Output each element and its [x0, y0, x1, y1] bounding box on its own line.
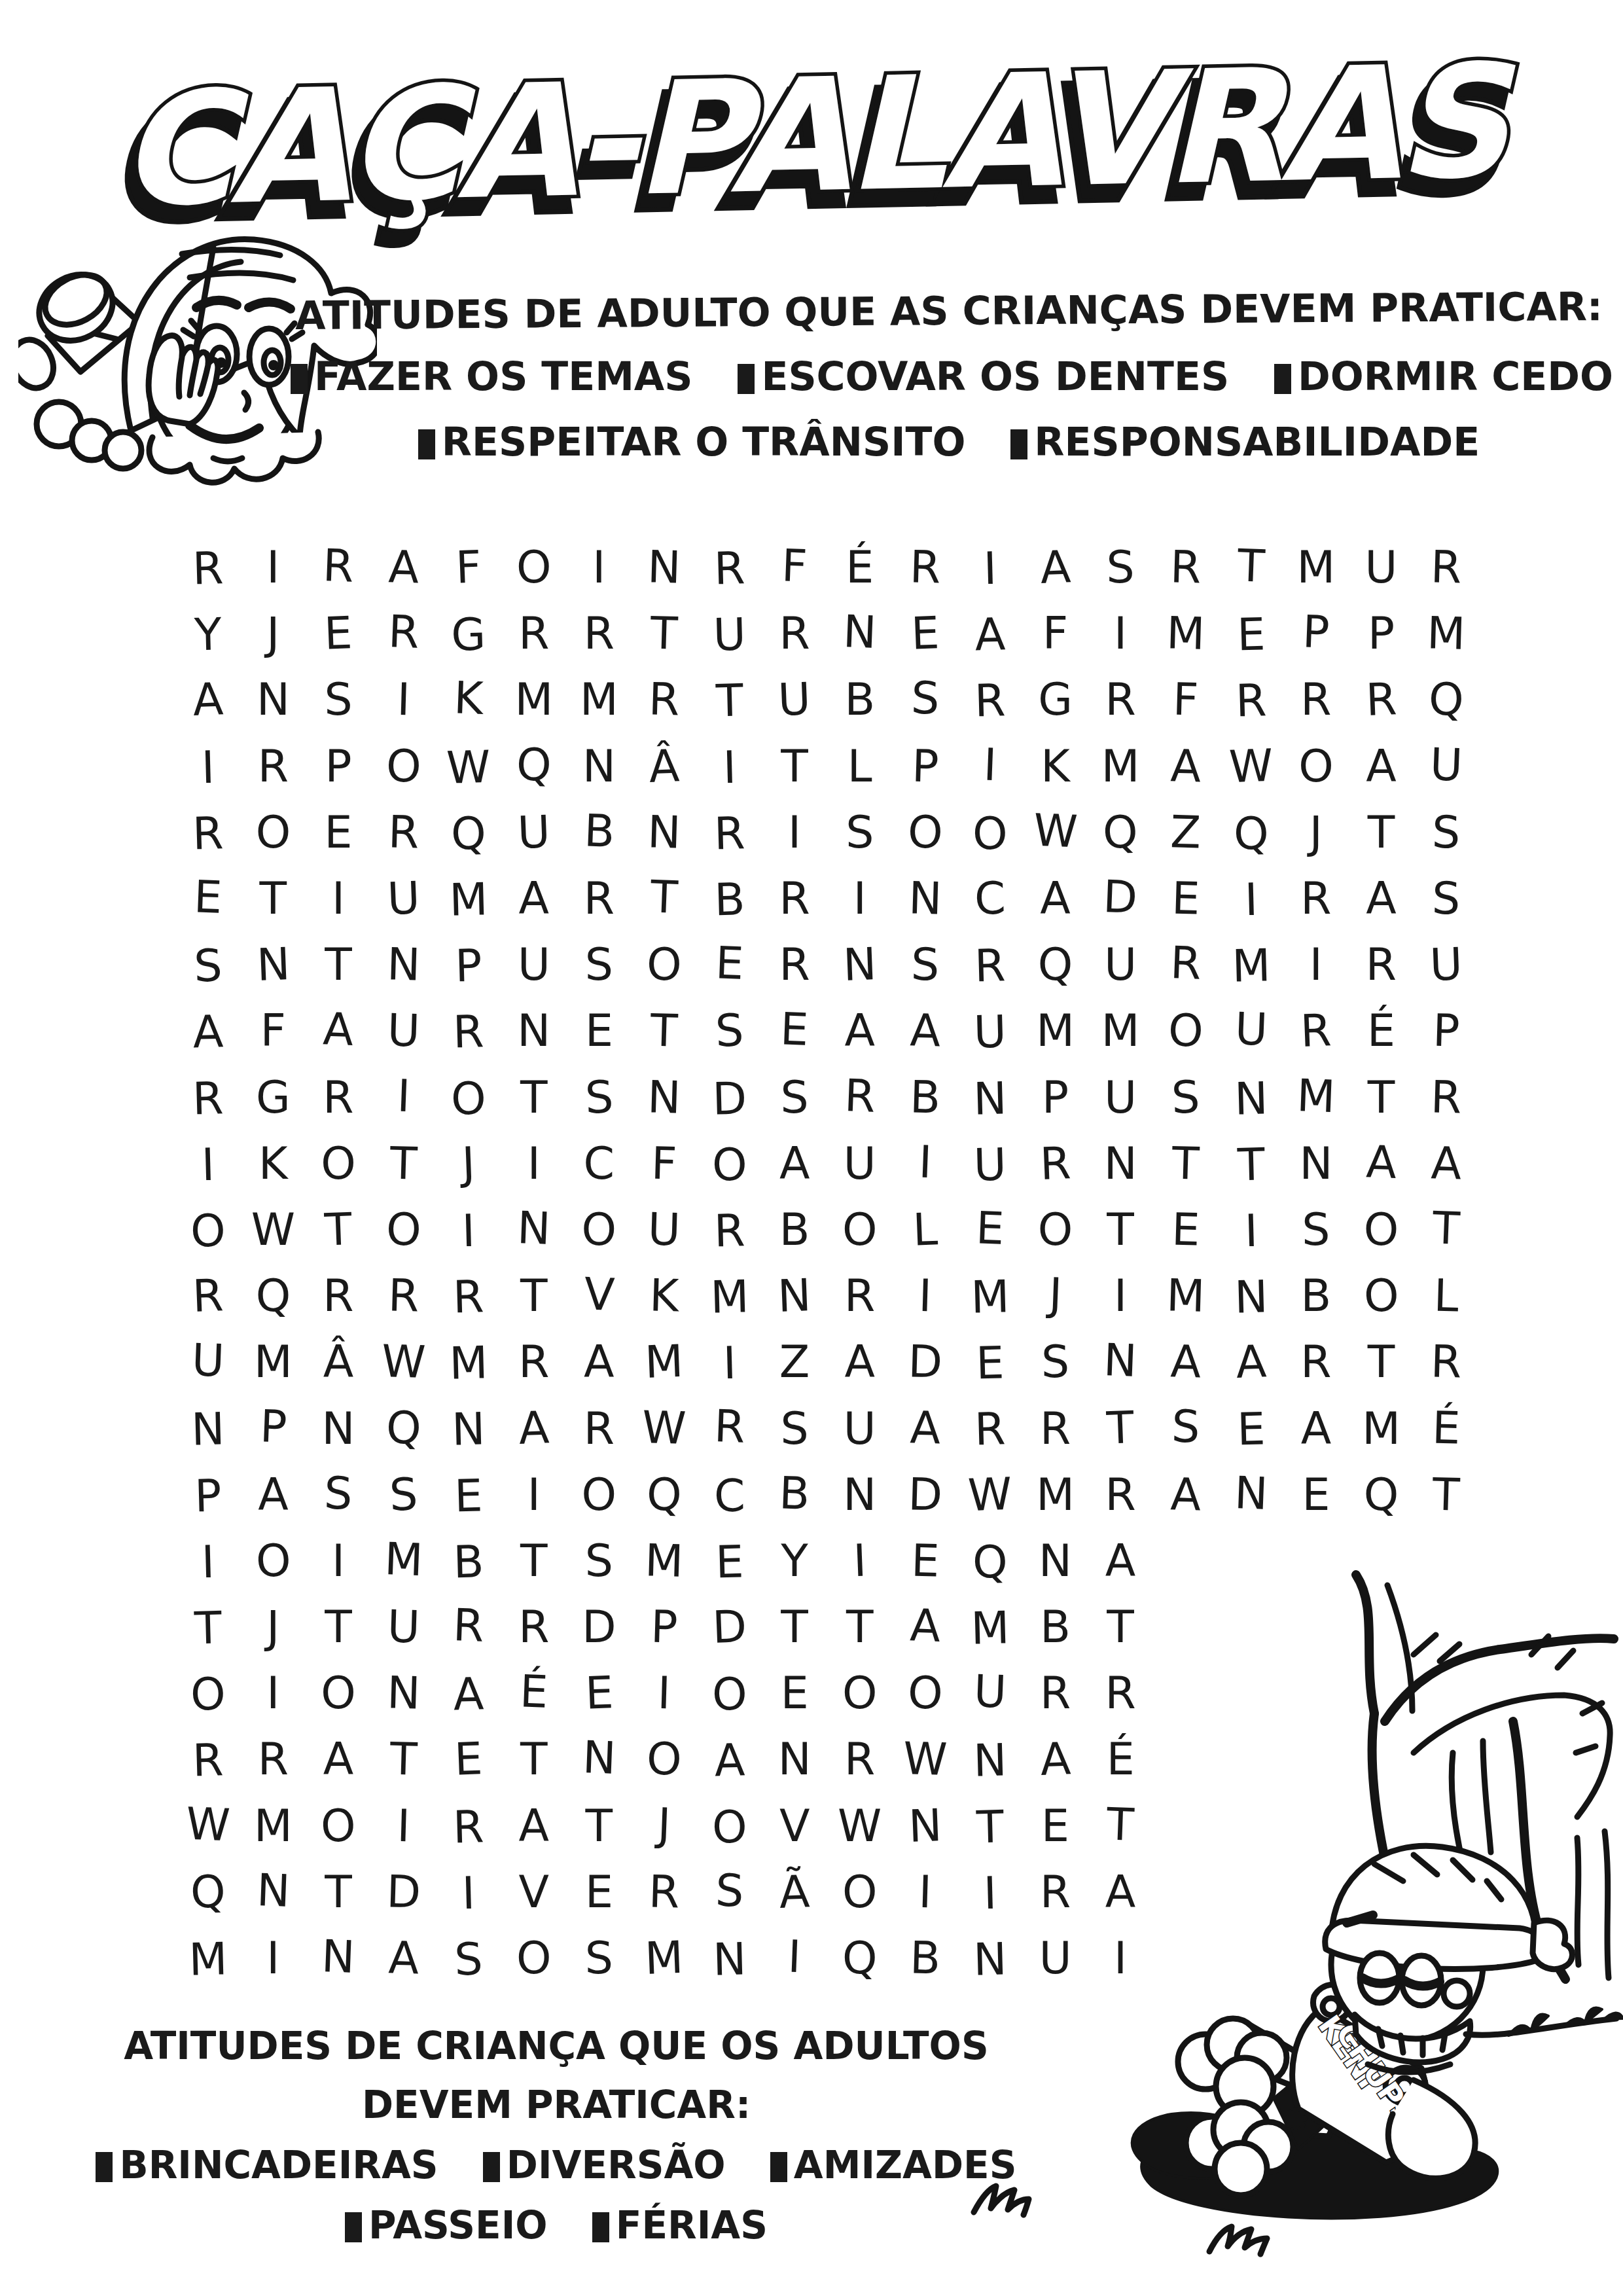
cell-r2-c13[interactable]: A: [957, 601, 1024, 669]
cell-r15-c13[interactable]: W: [956, 1460, 1024, 1529]
cell-r12-c7[interactable]: V: [565, 1260, 633, 1329]
cell-r12-c17[interactable]: N: [1217, 1263, 1284, 1331]
cell-r8-c5[interactable]: R: [435, 998, 502, 1066]
cell-r12-c12[interactable]: I: [891, 1262, 958, 1330]
cell-r10-c11[interactable]: U: [827, 1130, 893, 1196]
cell-r6-c7[interactable]: R: [567, 865, 632, 931]
cell-r7-c13[interactable]: R: [957, 932, 1024, 1000]
cell-r12-c16[interactable]: M: [1152, 1262, 1219, 1330]
cell-r21-c10[interactable]: Ã: [760, 1857, 828, 1926]
cell-r4-c13[interactable]: I: [956, 730, 1024, 799]
cell-r7-c1[interactable]: S: [175, 932, 241, 1000]
cell-r12-c14[interactable]: J: [1022, 1260, 1089, 1329]
cell-r8-c9[interactable]: S: [696, 996, 763, 1065]
cell-r4-c5[interactable]: W: [435, 733, 502, 801]
cell-r9-c2[interactable]: G: [241, 1064, 306, 1130]
cell-r7-c14[interactable]: Q: [1023, 931, 1088, 997]
cell-r9-c5[interactable]: O: [435, 1064, 502, 1132]
cell-r13-c10[interactable]: Z: [762, 1329, 827, 1395]
cell-r4-c15[interactable]: M: [1088, 733, 1153, 799]
cell-r5-c17[interactable]: Q: [1217, 799, 1284, 867]
cell-r20-c10[interactable]: V: [762, 1793, 827, 1859]
cell-r6-c1[interactable]: E: [174, 863, 241, 931]
cell-r10-c19[interactable]: A: [1347, 1128, 1415, 1196]
cell-r16-c4[interactable]: M: [370, 1525, 437, 1594]
cell-r9-c12[interactable]: B: [891, 1063, 958, 1131]
cell-r22-c2[interactable]: I: [241, 1925, 306, 1991]
cell-r5-c15[interactable]: Q: [1086, 798, 1154, 867]
cell-r8-c3[interactable]: A: [304, 996, 372, 1064]
cell-r11-c7[interactable]: O: [567, 1196, 632, 1263]
cell-r4-c4[interactable]: O: [370, 732, 437, 800]
cell-r5-c3[interactable]: E: [306, 799, 371, 865]
cell-r20-c12[interactable]: N: [891, 1791, 959, 1860]
cell-r10-c16[interactable]: T: [1152, 1129, 1219, 1197]
cell-r13-c18[interactable]: R: [1283, 1329, 1349, 1395]
cell-r14-c18[interactable]: A: [1283, 1395, 1349, 1461]
cell-r4-c16[interactable]: A: [1152, 732, 1219, 800]
cell-r17-c11[interactable]: T: [827, 1594, 893, 1660]
cell-r13-c17[interactable]: A: [1217, 1327, 1285, 1396]
cell-r5-c4[interactable]: R: [370, 798, 437, 866]
cell-r1-c15[interactable]: S: [1088, 534, 1153, 600]
cell-r11-c2[interactable]: W: [241, 1196, 306, 1263]
cell-r9-c18[interactable]: M: [1282, 1062, 1349, 1130]
cell-r5-c5[interactable]: Q: [435, 799, 502, 867]
cell-r13-c9[interactable]: I: [696, 1329, 762, 1397]
cell-r3-c12[interactable]: S: [891, 664, 959, 733]
cell-r7-c2[interactable]: N: [240, 930, 307, 999]
cell-r2-c10[interactable]: R: [762, 600, 827, 666]
cell-r21-c7[interactable]: E: [567, 1859, 632, 1925]
cell-r20-c3[interactable]: O: [304, 1791, 372, 1860]
cell-r3-c11[interactable]: B: [827, 666, 893, 732]
cell-r8-c18[interactable]: R: [1282, 996, 1349, 1065]
cell-r11-c4[interactable]: O: [370, 1196, 437, 1264]
cell-r10-c17[interactable]: T: [1217, 1130, 1284, 1198]
cell-r17-c9[interactable]: D: [696, 1592, 763, 1661]
cell-r9-c10[interactable]: S: [762, 1064, 827, 1130]
cell-r17-c3[interactable]: T: [306, 1594, 371, 1660]
cell-r7-c10[interactable]: R: [762, 931, 827, 997]
cell-r22-c6[interactable]: O: [501, 1925, 567, 1991]
cell-r14-c6[interactable]: A: [500, 1394, 567, 1463]
cell-r7-c9[interactable]: E: [696, 929, 763, 997]
cell-r5-c2[interactable]: O: [241, 799, 306, 865]
cell-r19-c10[interactable]: N: [762, 1726, 827, 1792]
cell-r8-c10[interactable]: E: [761, 996, 829, 1064]
cell-r5-c10[interactable]: I: [762, 799, 827, 865]
cell-r13-c7[interactable]: A: [567, 1329, 632, 1395]
cell-r1-c17[interactable]: T: [1217, 531, 1285, 600]
cell-r18-c8[interactable]: I: [631, 1659, 698, 1727]
cell-r2-c7[interactable]: R: [567, 600, 632, 666]
cell-r18-c6[interactable]: É: [500, 1657, 567, 1726]
cell-r3-c14[interactable]: G: [1023, 666, 1088, 732]
cell-r14-c11[interactable]: U: [827, 1395, 893, 1461]
cell-r7-c18[interactable]: I: [1283, 931, 1349, 997]
cell-r6-c3[interactable]: I: [306, 865, 371, 931]
cell-r13-c1[interactable]: U: [174, 1326, 241, 1395]
cell-r3-c18[interactable]: R: [1283, 666, 1349, 732]
cell-r19-c9[interactable]: A: [696, 1727, 762, 1795]
cell-r14-c19[interactable]: M: [1349, 1395, 1414, 1461]
cell-r3-c1[interactable]: A: [174, 666, 241, 734]
cell-r5-c7[interactable]: B: [565, 797, 633, 865]
cell-r1-c19[interactable]: U: [1349, 534, 1414, 600]
cell-r12-c9[interactable]: M: [696, 1263, 762, 1331]
cell-r13-c12[interactable]: D: [891, 1328, 958, 1396]
cell-r10-c4[interactable]: T: [370, 1129, 437, 1197]
cell-r9-c13[interactable]: N: [957, 1064, 1024, 1132]
cell-r22-c7[interactable]: S: [567, 1925, 632, 1991]
cell-r13-c15[interactable]: N: [1087, 1326, 1154, 1395]
cell-r1-c6[interactable]: O: [501, 534, 567, 600]
cell-r4-c3[interactable]: P: [306, 733, 371, 799]
cell-r7-c6[interactable]: U: [501, 931, 567, 997]
cell-r9-c3[interactable]: R: [306, 1064, 371, 1130]
cell-r3-c3[interactable]: S: [306, 666, 371, 732]
cell-r11-c9[interactable]: R: [696, 1197, 762, 1265]
cell-r22-c12[interactable]: B: [891, 1924, 958, 1992]
cell-r5-c20[interactable]: S: [1413, 798, 1480, 866]
cell-r20-c7[interactable]: T: [567, 1793, 632, 1859]
cell-r8-c2[interactable]: F: [241, 997, 306, 1064]
cell-r3-c2[interactable]: N: [241, 666, 306, 732]
cell-r15-c17[interactable]: N: [1217, 1459, 1285, 1528]
cell-r6-c5[interactable]: M: [435, 866, 502, 934]
cell-r22-c10[interactable]: I: [761, 1922, 829, 1991]
cell-r7-c11[interactable]: N: [826, 930, 893, 999]
cell-r18-c11[interactable]: O: [827, 1660, 893, 1726]
cell-r11-c6[interactable]: N: [500, 1194, 567, 1263]
cell-r13-c3[interactable]: Â: [306, 1329, 371, 1395]
cell-r16-c2[interactable]: O: [240, 1526, 307, 1595]
cell-r15-c18[interactable]: E: [1283, 1462, 1349, 1528]
cell-r13-c19[interactable]: T: [1349, 1329, 1414, 1395]
cell-r16-c7[interactable]: S: [567, 1528, 632, 1594]
cell-r9-c9[interactable]: D: [696, 1064, 762, 1132]
cell-r15-c14[interactable]: M: [1023, 1462, 1088, 1528]
cell-r4-c10[interactable]: T: [762, 733, 827, 799]
cell-r5-c12[interactable]: O: [891, 798, 958, 866]
cell-r6-c15[interactable]: D: [1087, 863, 1154, 931]
cell-r2-c2[interactable]: J: [241, 600, 306, 666]
cell-r5-c6[interactable]: U: [500, 798, 567, 867]
cell-r13-c4[interactable]: W: [370, 1328, 437, 1396]
cell-r8-c6[interactable]: N: [501, 997, 567, 1064]
cell-r4-c11[interactable]: L: [827, 733, 893, 799]
cell-r17-c10[interactable]: T: [762, 1594, 827, 1660]
cell-r5-c14[interactable]: W: [1022, 797, 1089, 865]
cell-r6-c11[interactable]: I: [827, 865, 893, 931]
cell-r20-c6[interactable]: A: [501, 1793, 567, 1859]
cell-r1-c11[interactable]: É: [827, 534, 893, 600]
cell-r10-c5[interactable]: J: [435, 1129, 502, 1198]
cell-r7-c19[interactable]: R: [1349, 931, 1414, 997]
cell-r4-c19[interactable]: A: [1349, 733, 1414, 799]
cell-r11-c19[interactable]: O: [1349, 1196, 1414, 1263]
cell-r20-c1[interactable]: W: [174, 1790, 241, 1859]
cell-r15-c15[interactable]: R: [1088, 1462, 1153, 1528]
cell-r20-c9[interactable]: O: [696, 1793, 762, 1861]
cell-r6-c20[interactable]: S: [1413, 865, 1480, 933]
cell-r3-c15[interactable]: R: [1088, 666, 1153, 732]
cell-r5-c19[interactable]: T: [1349, 799, 1414, 865]
cell-r19-c6[interactable]: T: [501, 1726, 567, 1792]
cell-r17-c4[interactable]: U: [370, 1593, 437, 1661]
cell-r17-c6[interactable]: R: [501, 1594, 567, 1660]
cell-r3-c7[interactable]: M: [567, 666, 632, 732]
cell-r16-c9[interactable]: E: [696, 1528, 762, 1596]
cell-r17-c2[interactable]: J: [241, 1594, 306, 1660]
cell-r8-c4[interactable]: U: [370, 997, 437, 1065]
cell-r10-c1[interactable]: I: [175, 1130, 241, 1198]
cell-r19-c8[interactable]: O: [631, 1725, 698, 1793]
cell-r9-c15[interactable]: U: [1088, 1064, 1153, 1130]
cell-r20-c4[interactable]: I: [370, 1791, 437, 1859]
cell-r21-c1[interactable]: Q: [174, 1857, 241, 1926]
cell-r15-c5[interactable]: E: [435, 1462, 502, 1530]
cell-r15-c19[interactable]: Q: [1349, 1462, 1414, 1528]
cell-r8-c11[interactable]: A: [827, 997, 893, 1064]
cell-r22-c1[interactable]: M: [175, 1926, 241, 1994]
cell-r11-c14[interactable]: O: [1023, 1196, 1088, 1263]
cell-r4-c18[interactable]: O: [1283, 733, 1349, 799]
cell-r3-c17[interactable]: R: [1217, 667, 1284, 735]
cell-r14-c1[interactable]: N: [175, 1395, 241, 1463]
cell-r14-c17[interactable]: E: [1217, 1395, 1284, 1463]
cell-r5-c9[interactable]: R: [696, 799, 762, 867]
cell-r9-c1[interactable]: R: [175, 1064, 241, 1132]
cell-r3-c20[interactable]: Q: [1413, 666, 1480, 734]
cell-r6-c6[interactable]: A: [501, 865, 567, 931]
cell-r6-c9[interactable]: B: [696, 866, 762, 934]
cell-r5-c13[interactable]: O: [957, 799, 1024, 867]
cell-r6-c10[interactable]: R: [762, 865, 827, 931]
cell-r8-c17[interactable]: U: [1217, 996, 1285, 1064]
cell-r20-c5[interactable]: R: [435, 1793, 502, 1861]
cell-r11-c5[interactable]: I: [435, 1197, 502, 1265]
cell-r11-c11[interactable]: O: [827, 1196, 893, 1263]
cell-r14-c20[interactable]: É: [1413, 1394, 1480, 1462]
cell-r1-c9[interactable]: R: [696, 535, 762, 603]
cell-r10-c10[interactable]: A: [762, 1130, 827, 1196]
cell-r19-c3[interactable]: A: [306, 1726, 371, 1792]
cell-r6-c14[interactable]: A: [1023, 865, 1088, 931]
cell-r12-c11[interactable]: R: [827, 1263, 893, 1329]
cell-r10-c14[interactable]: R: [1022, 1129, 1089, 1198]
cell-r4-c8[interactable]: Â: [630, 732, 698, 800]
cell-r10-c9[interactable]: O: [696, 1130, 762, 1198]
cell-r21-c11[interactable]: O: [827, 1859, 893, 1925]
cell-r3-c6[interactable]: M: [501, 666, 567, 732]
cell-r3-c16[interactable]: F: [1152, 666, 1219, 734]
cell-r5-c18[interactable]: J: [1283, 799, 1349, 865]
cell-r16-c10[interactable]: Y: [762, 1528, 827, 1594]
cell-r19-c4[interactable]: T: [370, 1725, 437, 1793]
cell-r9-c8[interactable]: N: [631, 1063, 698, 1131]
cell-r13-c20[interactable]: R: [1413, 1328, 1480, 1396]
cell-r6-c8[interactable]: T: [630, 863, 698, 931]
cell-r15-c12[interactable]: D: [891, 1460, 958, 1528]
cell-r9-c6[interactable]: T: [501, 1064, 567, 1130]
cell-r18-c3[interactable]: O: [306, 1660, 371, 1726]
cell-r13-c8[interactable]: M: [630, 1327, 698, 1396]
cell-r13-c6[interactable]: R: [501, 1329, 567, 1395]
cell-r3-c13[interactable]: R: [957, 667, 1024, 735]
cell-r14-c8[interactable]: W: [631, 1394, 698, 1462]
cell-r13-c11[interactable]: A: [827, 1329, 893, 1395]
cell-r20-c11[interactable]: W: [827, 1793, 893, 1859]
cell-r9-c14[interactable]: P: [1023, 1064, 1088, 1130]
cell-r6-c2[interactable]: T: [241, 865, 306, 931]
cell-r12-c15[interactable]: I: [1088, 1263, 1153, 1329]
cell-r18-c1[interactable]: O: [175, 1660, 241, 1729]
cell-r15-c8[interactable]: Q: [631, 1460, 698, 1528]
cell-r15-c6[interactable]: I: [501, 1462, 567, 1528]
cell-r12-c19[interactable]: O: [1347, 1261, 1415, 1330]
cell-r15-c1[interactable]: P: [175, 1462, 241, 1530]
cell-r12-c18[interactable]: B: [1283, 1263, 1349, 1329]
cell-r2-c8[interactable]: T: [631, 600, 698, 668]
cell-r1-c4[interactable]: A: [370, 533, 437, 601]
cell-r19-c7[interactable]: N: [565, 1724, 633, 1793]
cell-r13-c13[interactable]: E: [957, 1329, 1024, 1397]
cell-r1-c7[interactable]: I: [567, 534, 632, 600]
cell-r2-c6[interactable]: R: [501, 600, 567, 666]
cell-r1-c2[interactable]: I: [241, 534, 306, 600]
cell-r2-c1[interactable]: Y: [175, 601, 241, 669]
cell-r21-c3[interactable]: T: [306, 1859, 371, 1925]
cell-r2-c15[interactable]: I: [1088, 600, 1153, 666]
cell-r15-c9[interactable]: C: [696, 1462, 762, 1530]
cell-r2-c20[interactable]: M: [1413, 600, 1480, 668]
cell-r2-c18[interactable]: P: [1282, 598, 1349, 666]
cell-r13-c14[interactable]: S: [1023, 1329, 1088, 1395]
cell-r13-c5[interactable]: M: [435, 1329, 502, 1397]
cell-r8-c15[interactable]: M: [1088, 997, 1153, 1064]
cell-r18-c12[interactable]: O: [891, 1659, 958, 1727]
cell-r15-c4[interactable]: S: [370, 1460, 437, 1529]
cell-r11-c12[interactable]: L: [891, 1195, 959, 1264]
cell-r10-c20[interactable]: A: [1413, 1129, 1480, 1197]
cell-r7-c4[interactable]: N: [370, 931, 437, 999]
cell-r17-c8[interactable]: P: [631, 1593, 698, 1661]
cell-r7-c12[interactable]: S: [891, 931, 958, 999]
cell-r15-c20[interactable]: T: [1413, 1460, 1480, 1528]
cell-r9-c4[interactable]: I: [370, 1062, 437, 1130]
cell-r2-c19[interactable]: P: [1349, 600, 1414, 666]
cell-r4-c7[interactable]: N: [567, 733, 632, 799]
cell-r9-c7[interactable]: S: [565, 1063, 633, 1132]
cell-r14-c10[interactable]: S: [762, 1395, 827, 1461]
cell-r10-c8[interactable]: F: [631, 1129, 698, 1197]
cell-r7-c3[interactable]: T: [306, 931, 371, 997]
cell-r1-c3[interactable]: R: [304, 531, 372, 600]
cell-r3-c4[interactable]: I: [370, 666, 437, 734]
cell-r6-c13[interactable]: C: [956, 864, 1024, 933]
cell-r3-c9[interactable]: T: [696, 667, 762, 735]
cell-r11-c20[interactable]: T: [1413, 1194, 1480, 1263]
cell-r22-c4[interactable]: A: [370, 1924, 437, 1992]
cell-r21-c6[interactable]: V: [501, 1859, 567, 1925]
cell-r13-c2[interactable]: M: [241, 1329, 306, 1395]
cell-r10-c18[interactable]: N: [1283, 1130, 1349, 1196]
cell-r6-c19[interactable]: A: [1349, 865, 1414, 931]
cell-r16-c6[interactable]: T: [501, 1528, 567, 1594]
cell-r18-c7[interactable]: E: [565, 1659, 633, 1727]
cell-r16-c8[interactable]: M: [631, 1526, 698, 1594]
cell-r12-c2[interactable]: Q: [241, 1263, 306, 1329]
cell-r22-c9[interactable]: N: [696, 1926, 762, 1994]
cell-r8-c7[interactable]: E: [567, 997, 632, 1064]
cell-r10-c6[interactable]: I: [501, 1130, 567, 1196]
cell-r4-c2[interactable]: R: [241, 733, 306, 799]
cell-r2-c12[interactable]: E: [891, 599, 959, 668]
cell-r8-c20[interactable]: P: [1413, 997, 1480, 1065]
cell-r4-c14[interactable]: K: [1023, 733, 1088, 799]
cell-r5-c1[interactable]: R: [175, 799, 241, 867]
cell-r6-c18[interactable]: R: [1283, 865, 1349, 931]
cell-r14-c12[interactable]: A: [891, 1394, 958, 1462]
cell-r4-c6[interactable]: Q: [500, 730, 567, 799]
cell-r22-c8[interactable]: M: [630, 1924, 698, 1992]
cell-r15-c11[interactable]: N: [827, 1462, 893, 1528]
cell-r8-c12[interactable]: A: [891, 997, 958, 1065]
cell-r10-c2[interactable]: K: [241, 1130, 306, 1196]
cell-r21-c2[interactable]: N: [240, 1856, 307, 1925]
cell-r8-c16[interactable]: O: [1152, 997, 1219, 1065]
cell-r11-c8[interactable]: U: [631, 1196, 698, 1264]
cell-r7-c8[interactable]: O: [631, 931, 698, 999]
cell-r7-c5[interactable]: P: [435, 932, 502, 1000]
cell-r3-c19[interactable]: R: [1347, 666, 1415, 734]
cell-r14-c16[interactable]: S: [1152, 1393, 1219, 1462]
cell-r7-c16[interactable]: R: [1152, 929, 1219, 997]
cell-r6-c12[interactable]: N: [891, 865, 958, 933]
cell-r21-c5[interactable]: I: [435, 1859, 502, 1927]
cell-r19-c5[interactable]: E: [435, 1725, 502, 1794]
cell-r13-c16[interactable]: A: [1152, 1328, 1219, 1396]
cell-r15-c3[interactable]: S: [304, 1459, 372, 1528]
cell-r22-c5[interactable]: S: [435, 1926, 502, 1994]
cell-r6-c4[interactable]: U: [370, 864, 437, 933]
cell-r9-c19[interactable]: T: [1349, 1064, 1414, 1130]
cell-r10-c13[interactable]: U: [957, 1130, 1024, 1198]
cell-r1-c10[interactable]: F: [761, 531, 829, 600]
cell-r2-c5[interactable]: G: [435, 601, 502, 669]
cell-r3-c5[interactable]: K: [435, 664, 503, 733]
cell-r7-c17[interactable]: M: [1217, 932, 1284, 1000]
cell-r12-c5[interactable]: R: [435, 1263, 502, 1331]
cell-r9-c17[interactable]: N: [1217, 1064, 1284, 1132]
cell-r11-c17[interactable]: I: [1217, 1197, 1284, 1265]
cell-r3-c10[interactable]: U: [760, 666, 828, 734]
cell-r2-c16[interactable]: M: [1152, 600, 1219, 668]
cell-r12-c20[interactable]: L: [1413, 1262, 1480, 1330]
cell-r22-c3[interactable]: N: [304, 1922, 372, 1991]
cell-r16-c3[interactable]: I: [306, 1528, 371, 1594]
cell-r10-c15[interactable]: N: [1088, 1130, 1153, 1196]
cell-r12-c10[interactable]: N: [760, 1261, 828, 1330]
cell-r12-c3[interactable]: R: [306, 1263, 371, 1329]
cell-r11-c18[interactable]: S: [1283, 1196, 1349, 1263]
cell-r5-c16[interactable]: Z: [1152, 798, 1219, 866]
cell-r8-c19[interactable]: É: [1349, 997, 1414, 1064]
cell-r22-c11[interactable]: Q: [827, 1925, 893, 1991]
cell-r9-c11[interactable]: R: [826, 1062, 893, 1130]
